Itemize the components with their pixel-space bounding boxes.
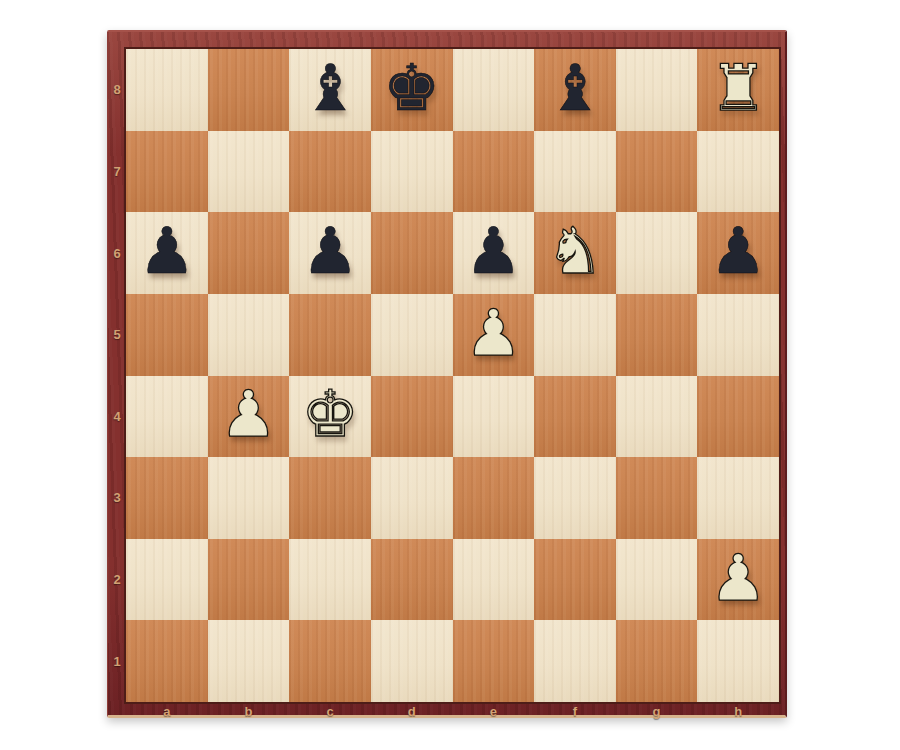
square-c2[interactable]: [289, 539, 371, 621]
file-label-f: f: [534, 702, 616, 720]
square-a7[interactable]: [126, 131, 208, 213]
square-a8[interactable]: [126, 49, 208, 131]
square-h1[interactable]: [697, 620, 779, 702]
square-f3[interactable]: [534, 457, 616, 539]
square-d7[interactable]: [371, 131, 453, 213]
black-pawn-a6[interactable]: ♟: [138, 219, 195, 283]
square-c7[interactable]: [289, 131, 371, 213]
chess-board: ♝♚♝♜♟♟♟♞♟♟♟♚♟: [126, 49, 779, 702]
square-c5[interactable]: [289, 294, 371, 376]
file-label-d: d: [371, 702, 453, 720]
square-f1[interactable]: [534, 620, 616, 702]
square-e2[interactable]: [453, 539, 535, 621]
square-h6[interactable]: ♟: [697, 212, 779, 294]
black-king-d8[interactable]: ♚: [383, 56, 440, 120]
square-h8[interactable]: ♜: [697, 49, 779, 131]
black-pawn-h6[interactable]: ♟: [710, 219, 767, 283]
white-king-c4[interactable]: ♚: [301, 382, 358, 446]
square-e6[interactable]: ♟: [453, 212, 535, 294]
square-f6[interactable]: ♞: [534, 212, 616, 294]
square-d6[interactable]: [371, 212, 453, 294]
square-b6[interactable]: [208, 212, 290, 294]
square-d2[interactable]: [371, 539, 453, 621]
square-d8[interactable]: ♚: [371, 49, 453, 131]
square-b1[interactable]: [208, 620, 290, 702]
square-b4[interactable]: ♟: [208, 376, 290, 458]
rank-label-6: 6: [108, 212, 126, 294]
square-a6[interactable]: ♟: [126, 212, 208, 294]
white-knight-f6[interactable]: ♞: [546, 219, 603, 283]
file-label-e: e: [453, 702, 535, 720]
rank-label-3: 3: [108, 457, 126, 539]
square-e7[interactable]: [453, 131, 535, 213]
square-g4[interactable]: [616, 376, 698, 458]
square-g5[interactable]: [616, 294, 698, 376]
rank-labels: 87654321: [108, 49, 126, 702]
square-f8[interactable]: ♝: [534, 49, 616, 131]
square-h7[interactable]: [697, 131, 779, 213]
square-f4[interactable]: [534, 376, 616, 458]
square-e5[interactable]: ♟: [453, 294, 535, 376]
square-a3[interactable]: [126, 457, 208, 539]
square-e4[interactable]: [453, 376, 535, 458]
square-a4[interactable]: [126, 376, 208, 458]
square-b3[interactable]: [208, 457, 290, 539]
square-c1[interactable]: [289, 620, 371, 702]
square-c3[interactable]: [289, 457, 371, 539]
black-pawn-c6[interactable]: ♟: [301, 219, 358, 283]
square-f7[interactable]: [534, 131, 616, 213]
file-label-a: a: [126, 702, 208, 720]
black-pawn-e6[interactable]: ♟: [465, 219, 522, 283]
square-b8[interactable]: [208, 49, 290, 131]
square-e3[interactable]: [453, 457, 535, 539]
square-h4[interactable]: [697, 376, 779, 458]
square-g8[interactable]: [616, 49, 698, 131]
square-g6[interactable]: [616, 212, 698, 294]
white-pawn-e5[interactable]: ♟: [465, 301, 522, 365]
square-b7[interactable]: [208, 131, 290, 213]
square-g7[interactable]: [616, 131, 698, 213]
square-e8[interactable]: [453, 49, 535, 131]
square-h5[interactable]: [697, 294, 779, 376]
square-h2[interactable]: ♟: [697, 539, 779, 621]
square-d1[interactable]: [371, 620, 453, 702]
white-rook-h8[interactable]: ♜: [710, 56, 767, 120]
black-bishop-c8[interactable]: ♝: [301, 56, 358, 120]
rank-label-4: 4: [108, 376, 126, 458]
file-labels: abcdefgh: [126, 702, 779, 720]
rank-label-1: 1: [108, 620, 126, 702]
file-label-b: b: [208, 702, 290, 720]
square-a1[interactable]: [126, 620, 208, 702]
square-a2[interactable]: [126, 539, 208, 621]
square-g1[interactable]: [616, 620, 698, 702]
rank-label-5: 5: [108, 294, 126, 376]
square-b5[interactable]: [208, 294, 290, 376]
square-d4[interactable]: [371, 376, 453, 458]
rank-label-8: 8: [108, 49, 126, 131]
white-pawn-b4[interactable]: ♟: [220, 382, 277, 446]
file-label-c: c: [289, 702, 371, 720]
square-b2[interactable]: [208, 539, 290, 621]
square-f2[interactable]: [534, 539, 616, 621]
white-pawn-h2[interactable]: ♟: [710, 546, 767, 610]
black-bishop-f8[interactable]: ♝: [546, 56, 603, 120]
square-h3[interactable]: [697, 457, 779, 539]
square-d3[interactable]: [371, 457, 453, 539]
square-g3[interactable]: [616, 457, 698, 539]
rank-label-2: 2: [108, 539, 126, 621]
file-label-h: h: [697, 702, 779, 720]
rank-label-7: 7: [108, 131, 126, 213]
square-f5[interactable]: [534, 294, 616, 376]
square-c6[interactable]: ♟: [289, 212, 371, 294]
square-d5[interactable]: [371, 294, 453, 376]
square-a5[interactable]: [126, 294, 208, 376]
square-c8[interactable]: ♝: [289, 49, 371, 131]
square-g2[interactable]: [616, 539, 698, 621]
file-label-g: g: [616, 702, 698, 720]
chess-board-frame: 87654321 abcdefgh ♝♚♝♜♟♟♟♞♟♟♟♚♟: [107, 30, 787, 718]
square-e1[interactable]: [453, 620, 535, 702]
square-c4[interactable]: ♚: [289, 376, 371, 458]
